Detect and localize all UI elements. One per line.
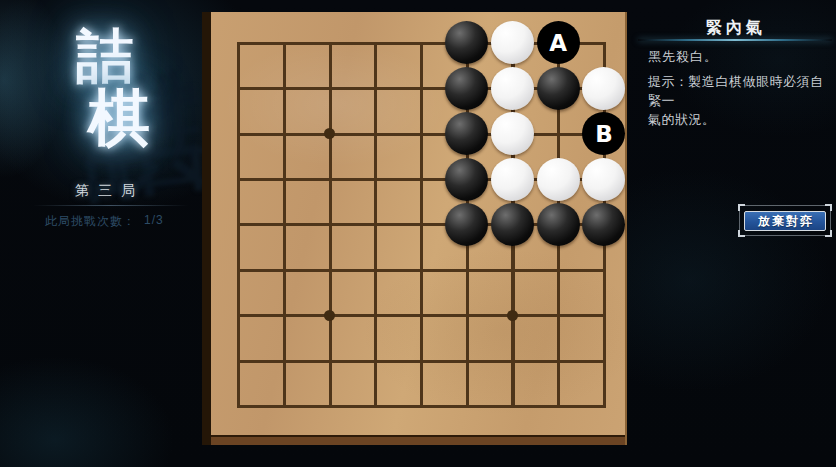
calligraphy-title-char2: 棋 bbox=[88, 76, 150, 160]
black-stone bbox=[491, 203, 534, 246]
puzzle-hint: 提示：製造白棋做眼時必須自緊一 氣的狀況。 bbox=[648, 72, 830, 129]
challenge-attempts-count: 1/3 bbox=[144, 213, 164, 227]
goban-stone-grid[interactable]: AB bbox=[215, 20, 627, 428]
white-stone bbox=[537, 158, 580, 201]
choice-marker-b[interactable]: B bbox=[582, 112, 625, 155]
white-stone bbox=[491, 21, 534, 64]
puzzle-hint-line1: 提示：製造白棋做眼時必須自緊一 bbox=[648, 74, 824, 108]
white-stone bbox=[582, 67, 625, 110]
puzzle-objective: 黑先殺白。 bbox=[648, 48, 718, 66]
frame-corner-icon bbox=[825, 204, 832, 211]
puzzle-title-divider bbox=[638, 39, 832, 41]
frame-corner-icon bbox=[825, 230, 832, 237]
puzzle-info-panel: 緊內氣 黑先殺白。 提示：製造白棋做眼時必須自緊一 氣的狀況。 放棄對弈 bbox=[636, 0, 836, 467]
puzzle-title: 緊內氣 bbox=[636, 18, 832, 39]
forfeit-button-frame: 放棄對弈 bbox=[739, 205, 831, 236]
star-point bbox=[324, 128, 335, 139]
black-stone bbox=[445, 158, 488, 201]
goban[interactable]: AB bbox=[202, 12, 627, 445]
white-stone bbox=[491, 158, 534, 201]
white-stone bbox=[491, 67, 534, 110]
frame-corner-icon bbox=[738, 230, 745, 237]
black-stone bbox=[445, 203, 488, 246]
puzzle-sidebar: 詰棋 詰 棋 第三局 此局挑戰次數： 1/3 bbox=[0, 0, 202, 467]
black-stone bbox=[445, 21, 488, 64]
star-point bbox=[324, 310, 335, 321]
black-stone bbox=[537, 203, 580, 246]
sidebar-divider bbox=[33, 205, 188, 206]
forfeit-button[interactable]: 放棄對弈 bbox=[744, 211, 826, 231]
star-point bbox=[507, 310, 518, 321]
white-stone bbox=[582, 158, 625, 201]
challenge-attempts-row: 此局挑戰次數： 1/3 bbox=[45, 213, 195, 230]
white-stone bbox=[491, 112, 534, 155]
black-stone bbox=[582, 203, 625, 246]
black-stone bbox=[445, 67, 488, 110]
round-label: 第三局 bbox=[0, 182, 210, 200]
challenge-attempts-label: 此局挑戰次數： bbox=[45, 214, 136, 228]
puzzle-hint-line2: 氣的狀況。 bbox=[648, 112, 716, 127]
choice-marker-a[interactable]: A bbox=[537, 21, 580, 64]
black-stone bbox=[537, 67, 580, 110]
black-stone bbox=[445, 112, 488, 155]
frame-corner-icon bbox=[738, 204, 745, 211]
